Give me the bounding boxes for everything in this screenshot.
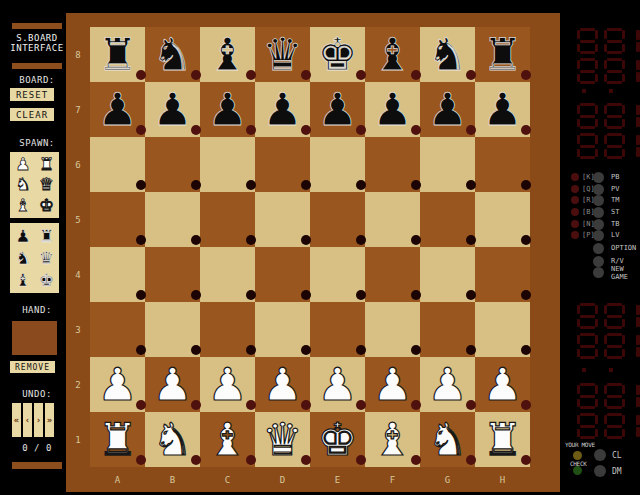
rank-label-7: 7: [66, 82, 90, 137]
piece-white-pawn: ♟: [152, 362, 192, 407]
undo-step-button-3[interactable]: »: [45, 403, 54, 437]
segment: [577, 429, 580, 438]
square-f8[interactable]: ♝: [365, 27, 420, 82]
square-sensor-led: [246, 180, 256, 190]
segment: [607, 326, 622, 329]
rank-label-1: 1: [66, 412, 90, 467]
piece-white-pawn: ♟: [372, 362, 412, 407]
square-sensor-led: [191, 180, 201, 190]
undo-step-button-2[interactable]: ›: [34, 403, 43, 437]
square-sensor-led: [466, 400, 476, 410]
segment: [607, 333, 622, 336]
segment: [580, 345, 595, 348]
seven-segment-digit: [604, 303, 625, 329]
sboard-interface-app: S.BOARD INTERFACE BOARD: RESET CLEAR SPA…: [0, 0, 640, 495]
piece-black-pawn: ♟: [482, 87, 522, 132]
seven-segment-digit: [604, 383, 625, 409]
option-button[interactable]: [593, 243, 604, 254]
lv-button-label: LV: [611, 232, 619, 240]
segment: [604, 399, 607, 408]
seven-segment-digit: [577, 58, 598, 84]
piece-white-pawn: ♟: [317, 362, 357, 407]
seven-segment-digit: [604, 413, 625, 439]
tm-button[interactable]: [593, 195, 604, 206]
app-title-line2: INTERFACE: [6, 43, 68, 53]
square-d1[interactable]: ♛: [255, 412, 310, 467]
hand-section-label: HAND:: [6, 305, 68, 315]
piece-indicator-led-pv: [571, 185, 579, 193]
clock-digit-cutoff: [636, 135, 640, 145]
square-a5[interactable]: [90, 192, 145, 247]
square-c1[interactable]: ♝: [200, 412, 255, 467]
segment: [604, 135, 607, 144]
piece-white-pawn: ♟: [207, 362, 247, 407]
square-g8[interactable]: ♞: [420, 27, 475, 82]
square-h6[interactable]: [475, 137, 530, 192]
square-sensor-led: [356, 180, 366, 190]
piece-black-knight: ♞: [427, 32, 467, 77]
segment: [595, 399, 598, 408]
square-d5[interactable]: [255, 192, 310, 247]
board-squares: ♜♞♝♛♚♝♞♜♟♟♟♟♟♟♟♟♟♟♟♟♟♟♟♟♜♞♝♛♚♝♞♜: [90, 27, 530, 467]
piece-white-pawn: ♟: [97, 362, 137, 407]
segment: [604, 119, 607, 128]
piece-indicator-led-tm: [571, 196, 579, 204]
app-title: S.BOARD INTERFACE: [6, 33, 68, 53]
piece-white-queen: ♛: [262, 417, 302, 462]
seven-segment-digit: [604, 333, 625, 359]
segment: [607, 58, 622, 61]
seven-segment-digit: [577, 133, 598, 159]
st-button-label: ST: [611, 209, 619, 217]
segment: [577, 415, 580, 424]
dm-button-label: DM: [612, 468, 622, 476]
clock-colon-dot: [582, 368, 586, 372]
square-a3[interactable]: [90, 302, 145, 357]
clock-digit-cutoff: [636, 117, 640, 127]
segment: [607, 145, 622, 148]
rank-label-4: 4: [66, 247, 90, 302]
square-sensor-led: [356, 290, 366, 300]
segment: [595, 44, 598, 53]
spawn-white-pawn[interactable]: ♟: [15, 156, 30, 173]
square-sensor-led: [411, 455, 421, 465]
square-sensor-led: [411, 400, 421, 410]
clock-colon-dot: [609, 89, 613, 93]
square-h7[interactable]: ♟: [475, 82, 530, 137]
segment: [604, 74, 607, 83]
segment: [622, 385, 625, 394]
board-section-label: BOARD:: [6, 75, 68, 85]
segment: [577, 30, 580, 39]
segment: [580, 145, 595, 148]
segment: [580, 413, 595, 416]
undo-counter: 0 / 0: [6, 443, 68, 453]
spawn-section-label: SPAWN:: [6, 138, 68, 148]
square-sensor-led: [521, 400, 531, 410]
piece-black-pawn: ♟: [97, 87, 137, 132]
square-a6[interactable]: [90, 137, 145, 192]
app-title-line1: S.BOARD: [6, 33, 68, 43]
segment: [595, 60, 598, 69]
piece-white-pawn: ♟: [262, 362, 302, 407]
square-g2[interactable]: ♟: [420, 357, 475, 412]
control-row-option: OPTION: [566, 242, 640, 256]
seven-segment-digit: [604, 103, 625, 129]
square-sensor-led: [301, 125, 311, 135]
pb-button-label: PB: [611, 174, 619, 182]
square-sensor-led: [136, 345, 146, 355]
square-a8[interactable]: ♜: [90, 27, 145, 82]
segment: [604, 429, 607, 438]
segment: [595, 74, 598, 83]
square-sensor-led: [136, 235, 146, 245]
piece-white-king: ♚: [317, 417, 357, 462]
file-label-g: G: [420, 467, 475, 492]
clock-digit-cutoff: [636, 397, 640, 407]
pb-button[interactable]: [593, 172, 604, 183]
square-sensor-led: [521, 125, 531, 135]
square-sensor-led: [466, 180, 476, 190]
square-e5[interactable]: [310, 192, 365, 247]
segment: [595, 319, 598, 328]
piece-black-knight: ♞: [152, 32, 192, 77]
square-e3[interactable]: [310, 302, 365, 357]
square-e6[interactable]: [310, 137, 365, 192]
piece-black-king: ♚: [317, 32, 357, 77]
clock-digit-cutoff: [636, 415, 640, 425]
segment: [595, 30, 598, 39]
segment: [577, 349, 580, 358]
segment: [577, 135, 580, 144]
square-sensor-led: [521, 455, 531, 465]
segment: [607, 395, 622, 398]
square-d6[interactable]: [255, 137, 310, 192]
segment: [580, 103, 595, 106]
square-g4[interactable]: [420, 247, 475, 302]
square-e1[interactable]: ♚: [310, 412, 365, 467]
clock-digit-cutoff: [636, 147, 640, 157]
segment: [604, 60, 607, 69]
square-g1[interactable]: ♞: [420, 412, 475, 467]
segment: [580, 115, 595, 118]
segment: [622, 415, 625, 424]
square-sensor-led: [356, 345, 366, 355]
segment: [607, 345, 622, 348]
square-sensor-led: [191, 125, 201, 135]
segment: [595, 119, 598, 128]
segment: [607, 425, 622, 428]
segment: [622, 349, 625, 358]
segment: [607, 406, 622, 409]
square-sensor-led: [521, 290, 531, 300]
spawn-white-bishop[interactable]: ♝: [15, 197, 30, 214]
piece-white-bishop: ♝: [372, 417, 412, 462]
square-h8[interactable]: ♜: [475, 27, 530, 82]
square-sensor-led: [356, 455, 366, 465]
segment: [604, 319, 607, 328]
rank-labels: 87654321: [66, 27, 90, 467]
square-d4[interactable]: [255, 247, 310, 302]
piece-black-bishop: ♝: [372, 32, 412, 77]
piece-indicator-led-tb: [571, 220, 579, 228]
square-f3[interactable]: [365, 302, 420, 357]
seven-segment-digit: [604, 133, 625, 159]
square-h4[interactable]: [475, 247, 530, 302]
spawn-black-king[interactable]: ♚: [39, 272, 54, 289]
spawn-white-rook[interactable]: ♜: [39, 156, 54, 173]
cl-button[interactable]: [594, 449, 606, 461]
option-button-label: OPTION: [611, 245, 636, 253]
tb-button-label: TB: [611, 221, 619, 229]
square-sensor-led: [521, 345, 531, 355]
spawn-palette-white: ♟♜♞♛♝♚: [10, 152, 59, 218]
file-labels: ABCDEFGH: [90, 467, 530, 492]
square-g7[interactable]: ♟: [420, 82, 475, 137]
segment: [580, 356, 595, 359]
reset-button[interactable]: RESET: [10, 88, 54, 101]
square-h5[interactable]: [475, 192, 530, 247]
spawn-black-bishop[interactable]: ♝: [15, 272, 30, 289]
segment: [577, 44, 580, 53]
square-sensor-led: [466, 235, 476, 245]
piece-black-rook: ♜: [97, 32, 137, 77]
square-d2[interactable]: ♟: [255, 357, 310, 412]
segment: [580, 425, 595, 428]
undo-step-button-0[interactable]: «: [12, 403, 21, 437]
segment: [604, 349, 607, 358]
square-sensor-led: [521, 235, 531, 245]
square-sensor-led: [246, 400, 256, 410]
spawn-black-queen[interactable]: ♛: [39, 250, 54, 267]
segment: [580, 383, 595, 386]
segment: [622, 319, 625, 328]
spawn-black-pawn[interactable]: ♟: [15, 228, 30, 245]
rank-label-3: 3: [66, 302, 90, 357]
piece-black-queen: ♛: [262, 32, 302, 77]
clock-digit-cutoff: [636, 60, 640, 70]
segment: [595, 429, 598, 438]
segment: [604, 415, 607, 424]
segment: [580, 70, 595, 73]
square-c7[interactable]: ♟: [200, 82, 255, 137]
piece-white-pawn: ♟: [427, 362, 467, 407]
clear-button[interactable]: CLEAR: [10, 108, 54, 121]
square-e4[interactable]: [310, 247, 365, 302]
square-sensor-led: [191, 290, 201, 300]
square-c6[interactable]: [200, 137, 255, 192]
square-sensor-led: [246, 70, 256, 80]
square-c3[interactable]: [200, 302, 255, 357]
file-label-c: C: [200, 467, 255, 492]
segment: [607, 126, 622, 129]
square-h3[interactable]: [475, 302, 530, 357]
square-e8[interactable]: ♚: [310, 27, 365, 82]
segment: [595, 415, 598, 424]
segment: [622, 119, 625, 128]
seven-segment-digit: [577, 333, 598, 359]
hand-slot[interactable]: [12, 321, 57, 355]
segment: [580, 315, 595, 318]
segment: [580, 126, 595, 129]
undo-step-button-1[interactable]: ‹: [23, 403, 32, 437]
spawn-white-king[interactable]: ♚: [39, 197, 54, 214]
segment: [607, 156, 622, 159]
segment: [577, 305, 580, 314]
square-sensor-led: [356, 125, 366, 135]
square-sensor-led: [466, 455, 476, 465]
square-sensor-led: [411, 235, 421, 245]
square-f5[interactable]: [365, 192, 420, 247]
tm-button-label: TM: [611, 197, 619, 205]
square-sensor-led: [136, 180, 146, 190]
square-sensor-led: [301, 180, 311, 190]
square-b7[interactable]: ♟: [145, 82, 200, 137]
square-sensor-led: [356, 70, 366, 80]
square-d7[interactable]: ♟: [255, 82, 310, 137]
square-f7[interactable]: ♟: [365, 82, 420, 137]
square-sensor-led: [191, 70, 201, 80]
segment: [595, 305, 598, 314]
square-g3[interactable]: [420, 302, 475, 357]
segment: [580, 58, 595, 61]
segment: [622, 135, 625, 144]
square-sensor-led: [246, 455, 256, 465]
segment: [577, 385, 580, 394]
piece-white-pawn: ♟: [482, 362, 522, 407]
square-e2[interactable]: ♟: [310, 357, 365, 412]
segment: [580, 303, 595, 306]
clock-digit-cutoff: [636, 427, 640, 437]
square-a4[interactable]: [90, 247, 145, 302]
square-sensor-led: [356, 400, 366, 410]
square-a7[interactable]: ♟: [90, 82, 145, 137]
square-a1[interactable]: ♜: [90, 412, 145, 467]
square-c2[interactable]: ♟: [200, 357, 255, 412]
your-move-led: [573, 451, 582, 460]
square-d3[interactable]: [255, 302, 310, 357]
segment: [607, 413, 622, 416]
square-b4[interactable]: [145, 247, 200, 302]
segment: [607, 103, 622, 106]
square-sensor-led: [411, 125, 421, 135]
square-sensor-led: [466, 125, 476, 135]
square-f6[interactable]: [365, 137, 420, 192]
square-b2[interactable]: ♟: [145, 357, 200, 412]
spawn-black-rook[interactable]: ♜: [39, 228, 54, 245]
square-c4[interactable]: [200, 247, 255, 302]
st-button[interactable]: [593, 207, 604, 218]
square-sensor-led: [246, 125, 256, 135]
square-sensor-led: [411, 290, 421, 300]
spawn-white-queen[interactable]: ♛: [39, 176, 54, 193]
segment: [580, 28, 595, 31]
spawn-black-knight[interactable]: ♞: [15, 250, 30, 267]
square-h2[interactable]: ♟: [475, 357, 530, 412]
file-label-h: H: [475, 467, 530, 492]
segment: [622, 399, 625, 408]
seven-segment-digit: [577, 413, 598, 439]
square-c8[interactable]: ♝: [200, 27, 255, 82]
square-sensor-led: [411, 180, 421, 190]
square-sensor-led: [191, 345, 201, 355]
file-label-f: F: [365, 467, 420, 492]
segment: [604, 149, 607, 158]
segment: [580, 406, 595, 409]
segment: [607, 70, 622, 73]
remove-button[interactable]: REMOVE: [10, 361, 55, 373]
square-sensor-led: [301, 345, 311, 355]
segment: [622, 149, 625, 158]
clock-colon-dot: [609, 368, 613, 372]
control-row-new-game: NEW GAME: [566, 266, 640, 280]
square-h1[interactable]: ♜: [475, 412, 530, 467]
your-move-label: YOUR MOVE: [565, 441, 595, 448]
lv-button[interactable]: [593, 230, 604, 241]
chess-board[interactable]: 87654321 ♜♞♝♛♚♝♞♜♟♟♟♟♟♟♟♟♟♟♟♟♟♟♟♟♜♞♝♛♚♝♞…: [66, 13, 560, 492]
segment: [604, 105, 607, 114]
square-g5[interactable]: [420, 192, 475, 247]
segment: [595, 349, 598, 358]
spawn-white-knight[interactable]: ♞: [15, 176, 30, 193]
square-a2[interactable]: ♟: [90, 357, 145, 412]
check-led: [573, 466, 582, 475]
segment: [577, 119, 580, 128]
square-b6[interactable]: [145, 137, 200, 192]
square-b8[interactable]: ♞: [145, 27, 200, 82]
seven-segment-digit: [577, 383, 598, 409]
piece-black-pawn: ♟: [372, 87, 412, 132]
square-sensor-led: [466, 70, 476, 80]
square-f2[interactable]: ♟: [365, 357, 420, 412]
square-e7[interactable]: ♟: [310, 82, 365, 137]
seven-segment-digit: [577, 103, 598, 129]
square-sensor-led: [356, 235, 366, 245]
clock-digit-cutoff: [636, 30, 640, 40]
piece-black-pawn: ♟: [152, 87, 192, 132]
segment: [607, 81, 622, 84]
segment: [595, 385, 598, 394]
square-sensor-led: [191, 400, 201, 410]
clock-digit-cutoff: [636, 305, 640, 315]
square-b3[interactable]: [145, 302, 200, 357]
piece-black-pawn: ♟: [207, 87, 247, 132]
segment: [607, 115, 622, 118]
clock-digit-cutoff: [636, 335, 640, 345]
square-b1[interactable]: ♞: [145, 412, 200, 467]
square-sensor-led: [301, 290, 311, 300]
dm-button[interactable]: [594, 465, 606, 477]
segment: [577, 74, 580, 83]
square-f4[interactable]: [365, 247, 420, 302]
square-sensor-led: [466, 290, 476, 300]
square-b5[interactable]: [145, 192, 200, 247]
control-row-lv: [P]LV: [566, 229, 640, 243]
new-game-button[interactable]: [593, 267, 604, 278]
segment: [604, 385, 607, 394]
square-g6[interactable]: [420, 137, 475, 192]
square-sensor-led: [246, 290, 256, 300]
seven-segment-digit: [604, 58, 625, 84]
square-sensor-led: [136, 125, 146, 135]
square-sensor-led: [301, 235, 311, 245]
square-sensor-led: [411, 70, 421, 80]
segment: [580, 436, 595, 439]
square-d8[interactable]: ♛: [255, 27, 310, 82]
clock-digit-cutoff: [636, 105, 640, 115]
square-f1[interactable]: ♝: [365, 412, 420, 467]
square-c5[interactable]: [200, 192, 255, 247]
